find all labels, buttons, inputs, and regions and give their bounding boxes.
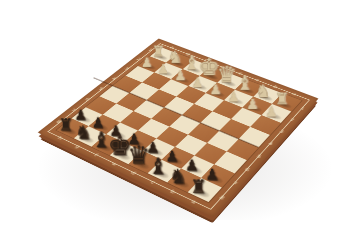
black-rook-a8[interactable]: ♜: [179, 178, 218, 196]
white-pawn-a2[interactable]: ♟: [254, 105, 288, 119]
chess-set-photo: hgfedcba hgfedcba 12345678 12345678 ♜♞♝♚…: [0, 0, 358, 238]
